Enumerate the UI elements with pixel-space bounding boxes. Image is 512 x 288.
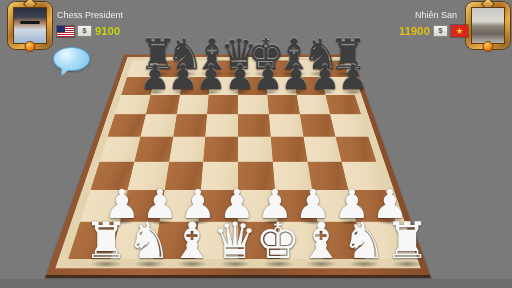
right-money-icon: $ (433, 25, 448, 37)
square-b5[interactable] (140, 114, 176, 136)
right-player-avatar[interactable] (466, 2, 510, 49)
square-e5[interactable] (238, 114, 271, 136)
left-money-icon: $ (77, 25, 92, 37)
piece-black-pawn-a7[interactable]: ♟ (140, 60, 170, 94)
bottom-bar (0, 279, 512, 288)
piece-black-pawn-c7[interactable]: ♟ (196, 60, 226, 94)
piece-white-bishop-c1[interactable]: ♝ (170, 216, 215, 266)
chat-bubble-icon[interactable] (53, 47, 90, 71)
right-player-score: 11900 (399, 25, 430, 37)
piece-white-king-e1[interactable]: ♚ (256, 216, 301, 266)
right-avatar-photo (471, 7, 505, 44)
square-f4[interactable] (271, 137, 308, 162)
square-f5[interactable] (269, 114, 303, 136)
us-flag-icon (57, 26, 74, 37)
left-avatar-photo (13, 7, 47, 44)
piece-black-pawn-h7[interactable]: ♟ (338, 60, 368, 94)
square-c5[interactable] (173, 114, 207, 136)
left-player-info: $ 9100 (57, 25, 120, 37)
left-player-name: Chess President (57, 10, 123, 20)
piece-white-rook-a1[interactable]: ♜ (84, 216, 129, 266)
right-player-info: 11900 $ ★ (399, 25, 468, 37)
square-e4[interactable] (238, 137, 273, 162)
square-f6[interactable] (267, 95, 299, 115)
piece-black-pawn-b7[interactable]: ♟ (168, 60, 198, 94)
square-d4[interactable] (203, 137, 238, 162)
square-d6[interactable] (207, 95, 238, 115)
square-b6[interactable] (146, 95, 180, 115)
piece-white-rook-h1[interactable]: ♜ (385, 216, 430, 266)
square-e6[interactable] (238, 95, 269, 115)
square-c4[interactable] (169, 137, 206, 162)
square-h6[interactable] (326, 95, 362, 115)
left-player-avatar[interactable] (8, 2, 52, 49)
square-d5[interactable] (205, 114, 238, 136)
square-c6[interactable] (176, 95, 208, 115)
vietnam-flag-icon: ★ (451, 25, 468, 37)
piece-black-pawn-f7[interactable]: ♟ (281, 60, 311, 94)
piece-white-knight-b1[interactable]: ♞ (127, 216, 172, 266)
piece-black-pawn-d7[interactable]: ♟ (225, 60, 255, 94)
piece-white-queen-d1[interactable]: ♛ (213, 216, 258, 266)
square-b4[interactable] (134, 137, 173, 162)
piece-white-knight-g1[interactable]: ♞ (342, 216, 387, 266)
square-a6[interactable] (115, 95, 151, 115)
square-g6[interactable] (296, 95, 330, 115)
left-player-score: 9100 (95, 25, 120, 37)
game-scene: ♜♞♝♛♚♝♞♜♟♟♟♟♟♟♟♟♟♟♟♟♟♟♟♟♜♞♝♛♚♝♞♜ (0, 0, 512, 288)
right-player-name: Nhiên San (415, 10, 457, 20)
piece-black-pawn-e7[interactable]: ♟ (253, 60, 283, 94)
piece-black-pawn-g7[interactable]: ♟ (310, 60, 340, 94)
vietnam-star-icon: ★ (455, 27, 463, 36)
piece-white-bishop-f1[interactable]: ♝ (299, 216, 344, 266)
